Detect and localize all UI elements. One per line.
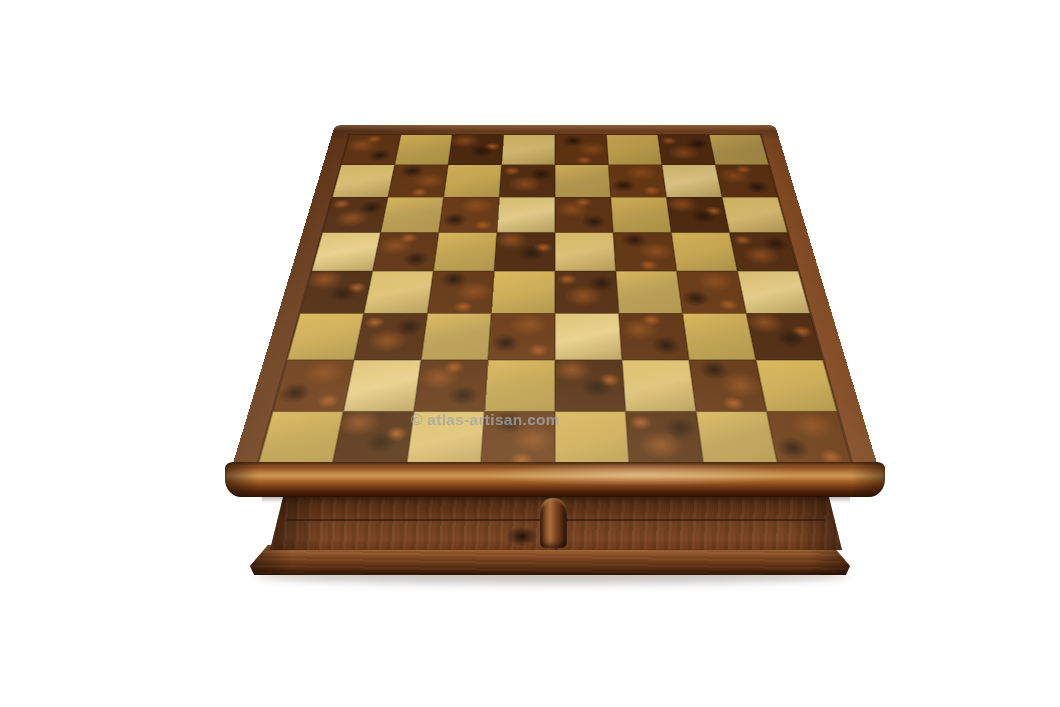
- square-g6: [666, 197, 729, 232]
- square-e8: [555, 135, 608, 165]
- square-a2: [273, 360, 354, 412]
- square-h4: [737, 271, 810, 313]
- square-d3: [488, 313, 555, 360]
- square-b3: [354, 313, 427, 360]
- square-g7: [662, 165, 722, 197]
- square-a4: [300, 271, 373, 313]
- square-f4: [616, 271, 683, 313]
- square-e3: [555, 313, 622, 360]
- square-a8: [341, 135, 401, 165]
- square-a5: [312, 233, 381, 272]
- square-e2: [555, 360, 626, 412]
- square-h8: [709, 135, 769, 165]
- square-b6: [381, 197, 444, 232]
- square-c4: [428, 271, 495, 313]
- square-f7: [608, 165, 666, 197]
- square-f6: [611, 197, 672, 232]
- square-d6: [497, 197, 555, 232]
- square-g5: [671, 233, 737, 272]
- board-front-edge: [225, 462, 885, 497]
- square-c3: [421, 313, 491, 360]
- product-photo: © atlas-artisan.com: [0, 0, 1060, 707]
- square-g2: [689, 360, 767, 412]
- square-e5: [555, 233, 616, 272]
- square-h7: [715, 165, 777, 197]
- knob-shadow: [499, 523, 545, 550]
- square-c5: [433, 233, 496, 272]
- square-f2: [622, 360, 696, 412]
- square-h6: [722, 197, 787, 232]
- square-d4: [491, 271, 555, 313]
- square-b5: [373, 233, 439, 272]
- square-g4: [677, 271, 747, 313]
- chess-board: [225, 125, 885, 490]
- square-f5: [613, 233, 676, 272]
- square-e7: [555, 165, 611, 197]
- square-g1: [696, 411, 778, 468]
- square-g3: [682, 313, 755, 360]
- square-h1: [767, 411, 853, 468]
- square-c8: [448, 135, 504, 165]
- square-h2: [756, 360, 837, 412]
- square-h3: [746, 313, 823, 360]
- square-e1: [555, 411, 630, 468]
- square-a1: [257, 411, 343, 468]
- square-d7: [499, 165, 555, 197]
- square-h5: [729, 233, 798, 272]
- square-d5: [494, 233, 555, 272]
- watermark-text: © atlas-artisan.com: [411, 410, 560, 429]
- square-d2: [484, 360, 555, 412]
- square-c2: [414, 360, 488, 412]
- square-b1: [331, 411, 413, 468]
- square-a6: [322, 197, 387, 232]
- square-b4: [364, 271, 434, 313]
- square-e6: [555, 197, 613, 232]
- square-e4: [555, 271, 619, 313]
- square-f3: [619, 313, 689, 360]
- square-c6: [439, 197, 500, 232]
- square-a3: [287, 313, 364, 360]
- square-f8: [606, 135, 662, 165]
- square-a7: [332, 165, 394, 197]
- square-g8: [658, 135, 716, 165]
- square-d8: [502, 135, 555, 165]
- square-f1: [626, 411, 705, 468]
- square-b7: [388, 165, 448, 197]
- square-c7: [444, 165, 502, 197]
- square-b8: [395, 135, 453, 165]
- square-b2: [343, 360, 421, 412]
- drawer-knob: [540, 498, 567, 548]
